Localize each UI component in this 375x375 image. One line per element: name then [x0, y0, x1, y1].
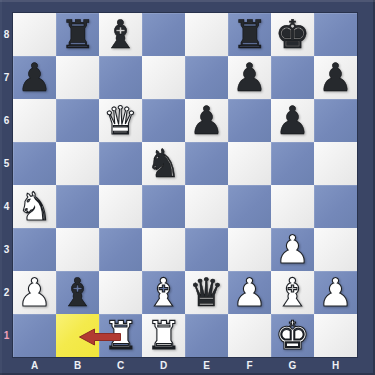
- rank-label-5: 5: [0, 142, 13, 185]
- square-h5[interactable]: [314, 142, 357, 185]
- square-c5[interactable]: [99, 142, 142, 185]
- square-f7[interactable]: ♟: [228, 56, 271, 99]
- square-c8[interactable]: ♝: [99, 13, 142, 56]
- square-e6[interactable]: ♟: [185, 99, 228, 142]
- square-d2[interactable]: ♝: [142, 271, 185, 314]
- square-d7[interactable]: [142, 56, 185, 99]
- piece-white-bishop[interactable]: ♝: [271, 271, 314, 314]
- square-e3[interactable]: [185, 228, 228, 271]
- piece-black-rook[interactable]: ♜: [56, 13, 99, 56]
- square-d8[interactable]: [142, 13, 185, 56]
- square-f5[interactable]: [228, 142, 271, 185]
- file-label-d: D: [142, 357, 185, 373]
- piece-black-pawn[interactable]: ♟: [271, 99, 314, 142]
- rank-label-1: 1: [0, 314, 13, 357]
- square-g2[interactable]: ♝: [271, 271, 314, 314]
- square-a5[interactable]: [13, 142, 56, 185]
- square-a3[interactable]: [13, 228, 56, 271]
- square-h8[interactable]: [314, 13, 357, 56]
- square-g8[interactable]: ♚: [271, 13, 314, 56]
- square-e4[interactable]: [185, 185, 228, 228]
- file-label-h: H: [314, 357, 357, 373]
- piece-white-queen[interactable]: ♛: [99, 99, 142, 142]
- square-a6[interactable]: [13, 99, 56, 142]
- piece-white-pawn[interactable]: ♟: [271, 228, 314, 271]
- square-b1[interactable]: [56, 314, 99, 357]
- square-b4[interactable]: [56, 185, 99, 228]
- square-e1[interactable]: [185, 314, 228, 357]
- rank-label-8: 8: [0, 13, 13, 56]
- square-g1[interactable]: ♚: [271, 314, 314, 357]
- piece-black-pawn[interactable]: ♟: [314, 56, 357, 99]
- square-f6[interactable]: [228, 99, 271, 142]
- square-b8[interactable]: ♜: [56, 13, 99, 56]
- square-d6[interactable]: [142, 99, 185, 142]
- piece-white-pawn[interactable]: ♟: [314, 271, 357, 314]
- file-label-f: F: [228, 357, 271, 373]
- square-e7[interactable]: [185, 56, 228, 99]
- square-f2[interactable]: ♟: [228, 271, 271, 314]
- square-h3[interactable]: [314, 228, 357, 271]
- file-label-e: E: [185, 357, 228, 373]
- square-g4[interactable]: [271, 185, 314, 228]
- rank-label-3: 3: [0, 228, 13, 271]
- rank-labels: 87654321: [0, 13, 13, 357]
- square-b3[interactable]: [56, 228, 99, 271]
- board-frame: 87654321 ♜♝♜♚♟♟♟♛♟♟♞♞♟♟♝♝♛♟♝♟♜♜♚ ABCDEFG…: [0, 0, 375, 375]
- rank-label-4: 4: [0, 185, 13, 228]
- piece-black-pawn[interactable]: ♟: [185, 99, 228, 142]
- piece-black-queen[interactable]: ♛: [185, 271, 228, 314]
- piece-white-king[interactable]: ♚: [271, 314, 314, 357]
- square-f3[interactable]: [228, 228, 271, 271]
- square-c2[interactable]: [99, 271, 142, 314]
- square-a8[interactable]: [13, 13, 56, 56]
- piece-black-pawn[interactable]: ♟: [13, 56, 56, 99]
- piece-white-rook[interactable]: ♜: [142, 314, 185, 357]
- piece-black-knight[interactable]: ♞: [142, 142, 185, 185]
- piece-black-pawn[interactable]: ♟: [228, 56, 271, 99]
- rank-label-7: 7: [0, 56, 13, 99]
- square-a4[interactable]: ♞: [13, 185, 56, 228]
- rank-label-6: 6: [0, 99, 13, 142]
- piece-white-pawn[interactable]: ♟: [13, 271, 56, 314]
- file-label-g: G: [271, 357, 314, 373]
- square-c3[interactable]: [99, 228, 142, 271]
- square-g7[interactable]: [271, 56, 314, 99]
- square-e5[interactable]: [185, 142, 228, 185]
- square-b2[interactable]: ♝: [56, 271, 99, 314]
- piece-black-rook[interactable]: ♜: [228, 13, 271, 56]
- square-e2[interactable]: ♛: [185, 271, 228, 314]
- square-a7[interactable]: ♟: [13, 56, 56, 99]
- square-d4[interactable]: [142, 185, 185, 228]
- file-label-a: A: [13, 357, 56, 373]
- file-label-b: B: [56, 357, 99, 373]
- square-b7[interactable]: [56, 56, 99, 99]
- square-h6[interactable]: [314, 99, 357, 142]
- square-f1[interactable]: [228, 314, 271, 357]
- piece-white-pawn[interactable]: ♟: [228, 271, 271, 314]
- chess-board[interactable]: ♜♝♜♚♟♟♟♛♟♟♞♞♟♟♝♝♛♟♝♟♜♜♚: [13, 13, 357, 357]
- square-h2[interactable]: ♟: [314, 271, 357, 314]
- square-h4[interactable]: [314, 185, 357, 228]
- square-d5[interactable]: ♞: [142, 142, 185, 185]
- piece-white-bishop[interactable]: ♝: [142, 271, 185, 314]
- file-labels: ABCDEFGH: [13, 357, 357, 373]
- square-h7[interactable]: ♟: [314, 56, 357, 99]
- square-e8[interactable]: [185, 13, 228, 56]
- square-d3[interactable]: [142, 228, 185, 271]
- square-c4[interactable]: [99, 185, 142, 228]
- square-f8[interactable]: ♜: [228, 13, 271, 56]
- square-c1[interactable]: ♜: [99, 314, 142, 357]
- square-c7[interactable]: [99, 56, 142, 99]
- square-a1[interactable]: [13, 314, 56, 357]
- square-g3[interactable]: ♟: [271, 228, 314, 271]
- square-b5[interactable]: [56, 142, 99, 185]
- square-d1[interactable]: ♜: [142, 314, 185, 357]
- rank-label-2: 2: [0, 271, 13, 314]
- piece-black-bishop[interactable]: ♝: [99, 13, 142, 56]
- square-a2[interactable]: ♟: [13, 271, 56, 314]
- piece-white-rook[interactable]: ♜: [99, 314, 142, 357]
- piece-black-king[interactable]: ♚: [271, 13, 314, 56]
- square-b6[interactable]: [56, 99, 99, 142]
- square-c6[interactable]: ♛: [99, 99, 142, 142]
- square-f4[interactable]: [228, 185, 271, 228]
- piece-white-knight[interactable]: ♞: [13, 185, 56, 228]
- file-label-c: C: [99, 357, 142, 373]
- piece-black-bishop[interactable]: ♝: [56, 271, 99, 314]
- square-h1[interactable]: [314, 314, 357, 357]
- square-g5[interactable]: [271, 142, 314, 185]
- square-g6[interactable]: ♟: [271, 99, 314, 142]
